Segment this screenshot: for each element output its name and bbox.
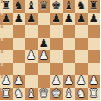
white-pawn-piece[interactable]: ♟ [0,75,13,88]
square-b1[interactable]: ♞ [13,88,26,101]
square-e4[interactable] [50,50,63,63]
square-f8[interactable]: ♝ [63,0,76,13]
white-pawn-piece[interactable]: ♟ [63,75,76,88]
square-h7[interactable]: ♟ [88,13,101,26]
square-b5[interactable] [13,38,26,51]
square-h1[interactable]: ♜ [88,88,101,101]
white-pawn-piece[interactable]: ♟ [75,75,88,88]
black-pawn-piece[interactable]: ♟ [13,13,26,26]
square-b7[interactable]: ♟ [13,13,26,26]
white-pawn-piece[interactable]: ♟ [38,50,51,63]
square-a1[interactable]: 1♜ [0,88,13,101]
white-knight-piece[interactable]: ♞ [75,88,88,101]
black-knight-piece[interactable]: ♞ [75,0,88,13]
square-e3[interactable] [50,63,63,76]
square-e7[interactable]: ♟ [50,13,63,26]
square-b3[interactable] [13,63,26,76]
square-a2[interactable]: 2♟ [0,75,13,88]
square-g1[interactable]: ♞ [75,88,88,101]
rank-label-4: 4 [1,50,4,54]
square-d3[interactable] [38,63,51,76]
square-h3[interactable] [88,63,101,76]
square-b4[interactable] [13,50,26,63]
chess-board: 8♜♞♝♛♚♝♞♜7♟♟♟♟♟♟♟65♟4♟♟32♟♟♟♟♟♟1♜♞♝♛♚♝♞♜ [0,0,100,100]
square-a7[interactable]: 7♟ [0,13,13,26]
black-pawn-piece[interactable]: ♟ [0,13,13,26]
square-c5[interactable] [25,38,38,51]
square-d5[interactable]: ♟ [38,38,51,51]
white-rook-piece[interactable]: ♜ [0,88,13,101]
square-c7[interactable]: ♟ [25,13,38,26]
square-h6[interactable] [88,25,101,38]
white-pawn-piece[interactable]: ♟ [50,75,63,88]
black-pawn-piece[interactable]: ♟ [88,13,101,26]
black-pawn-piece[interactable]: ♟ [38,38,51,51]
square-g8[interactable]: ♞ [75,0,88,13]
black-rook-piece[interactable]: ♜ [0,0,13,13]
square-e6[interactable] [50,25,63,38]
square-d2[interactable] [38,75,51,88]
square-g2[interactable]: ♟ [75,75,88,88]
white-king-piece[interactable]: ♚ [50,88,63,101]
square-b2[interactable]: ♟ [13,75,26,88]
white-pawn-piece[interactable]: ♟ [88,75,101,88]
white-bishop-piece[interactable]: ♝ [25,88,38,101]
square-c8[interactable]: ♝ [25,0,38,13]
rank-label-3: 3 [1,63,4,67]
rank-label-5: 5 [1,38,4,42]
square-g7[interactable]: ♟ [75,13,88,26]
rank-label-6: 6 [1,25,4,29]
square-f5[interactable] [63,38,76,51]
square-e5[interactable] [50,38,63,51]
square-c6[interactable] [25,25,38,38]
square-h8[interactable]: ♜ [88,0,101,13]
black-pawn-piece[interactable]: ♟ [75,13,88,26]
square-a6[interactable]: 6 [0,25,13,38]
square-h5[interactable] [88,38,101,51]
white-bishop-piece[interactable]: ♝ [63,88,76,101]
square-a4[interactable]: 4 [0,50,13,63]
square-d8[interactable]: ♛ [38,0,51,13]
black-pawn-piece[interactable]: ♟ [50,13,63,26]
black-pawn-piece[interactable]: ♟ [63,13,76,26]
square-h2[interactable]: ♟ [88,75,101,88]
white-pawn-piece[interactable]: ♟ [13,75,26,88]
square-h4[interactable] [88,50,101,63]
black-bishop-piece[interactable]: ♝ [63,0,76,13]
square-e2[interactable]: ♟ [50,75,63,88]
square-e8[interactable]: ♚ [50,0,63,13]
square-f2[interactable]: ♟ [63,75,76,88]
square-g5[interactable] [75,38,88,51]
square-c3[interactable] [25,63,38,76]
square-g3[interactable] [75,63,88,76]
square-d4[interactable]: ♟ [38,50,51,63]
square-c2[interactable] [25,75,38,88]
black-queen-piece[interactable]: ♛ [38,0,51,13]
square-f4[interactable] [63,50,76,63]
square-b8[interactable]: ♞ [13,0,26,13]
square-a8[interactable]: 8♜ [0,0,13,13]
square-d1[interactable]: ♛ [38,88,51,101]
square-f3[interactable] [63,63,76,76]
square-e1[interactable]: ♚ [50,88,63,101]
square-c4[interactable]: ♟ [25,50,38,63]
white-rook-piece[interactable]: ♜ [88,88,101,101]
square-g6[interactable] [75,25,88,38]
square-b6[interactable] [13,25,26,38]
black-pawn-piece[interactable]: ♟ [25,13,38,26]
white-knight-piece[interactable]: ♞ [13,88,26,101]
square-f7[interactable]: ♟ [63,13,76,26]
square-d6[interactable] [38,25,51,38]
square-f6[interactable] [63,25,76,38]
white-queen-piece[interactable]: ♛ [38,88,51,101]
black-king-piece[interactable]: ♚ [50,0,63,13]
square-a5[interactable]: 5 [0,38,13,51]
square-c1[interactable]: ♝ [25,88,38,101]
black-rook-piece[interactable]: ♜ [88,0,101,13]
square-a3[interactable]: 3 [0,63,13,76]
white-pawn-piece[interactable]: ♟ [25,50,38,63]
square-f1[interactable]: ♝ [63,88,76,101]
square-g4[interactable] [75,50,88,63]
black-bishop-piece[interactable]: ♝ [25,0,38,13]
black-knight-piece[interactable]: ♞ [13,0,26,13]
square-d7[interactable] [38,13,51,26]
